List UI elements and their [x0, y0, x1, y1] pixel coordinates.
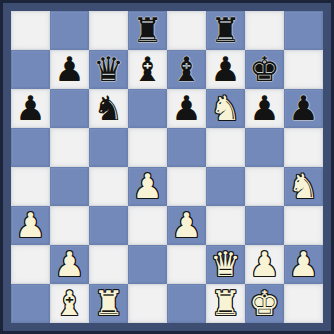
square-e6[interactable]: ♟ [167, 89, 206, 128]
square-e1[interactable] [167, 284, 206, 323]
square-b3[interactable] [50, 206, 89, 245]
square-b6[interactable] [50, 89, 89, 128]
square-a7[interactable] [11, 50, 50, 89]
piece-black-pawn[interactable]: ♟ [171, 89, 201, 128]
square-a2[interactable] [11, 245, 50, 284]
chess-board-frame: ♜♜♟♛♝♝♟♚♟♞♟♞♟♟♟♞♟♟♟♛♟♟♝♜♜♚ [0, 0, 334, 334]
square-h6[interactable]: ♟ [284, 89, 323, 128]
square-c5[interactable] [89, 128, 128, 167]
square-d3[interactable] [128, 206, 167, 245]
piece-white-knight[interactable]: ♞ [288, 167, 318, 206]
square-c4[interactable] [89, 167, 128, 206]
square-c6[interactable]: ♞ [89, 89, 128, 128]
square-g5[interactable] [245, 128, 284, 167]
square-f7[interactable]: ♟ [206, 50, 245, 89]
square-g4[interactable] [245, 167, 284, 206]
square-h8[interactable] [284, 11, 323, 50]
square-a4[interactable] [11, 167, 50, 206]
square-a6[interactable]: ♟ [11, 89, 50, 128]
square-b1[interactable]: ♝ [50, 284, 89, 323]
square-h3[interactable] [284, 206, 323, 245]
square-f1[interactable]: ♜ [206, 284, 245, 323]
square-c2[interactable] [89, 245, 128, 284]
square-b2[interactable]: ♟ [50, 245, 89, 284]
piece-white-bishop[interactable]: ♝ [54, 284, 84, 323]
piece-white-pawn[interactable]: ♟ [54, 245, 84, 284]
piece-black-rook[interactable]: ♜ [210, 11, 240, 50]
square-a5[interactable] [11, 128, 50, 167]
square-d1[interactable] [128, 284, 167, 323]
square-a1[interactable] [11, 284, 50, 323]
square-b7[interactable]: ♟ [50, 50, 89, 89]
square-e7[interactable]: ♝ [167, 50, 206, 89]
square-h2[interactable]: ♟ [284, 245, 323, 284]
square-f4[interactable] [206, 167, 245, 206]
square-g8[interactable] [245, 11, 284, 50]
piece-black-pawn[interactable]: ♟ [210, 50, 240, 89]
square-e2[interactable] [167, 245, 206, 284]
square-c7[interactable]: ♛ [89, 50, 128, 89]
piece-white-queen[interactable]: ♛ [210, 245, 240, 284]
square-h4[interactable]: ♞ [284, 167, 323, 206]
piece-white-pawn[interactable]: ♟ [249, 245, 279, 284]
piece-white-rook[interactable]: ♜ [210, 284, 240, 323]
piece-black-rook[interactable]: ♜ [132, 11, 162, 50]
piece-white-knight[interactable]: ♞ [210, 89, 240, 128]
piece-black-pawn[interactable]: ♟ [288, 89, 318, 128]
square-e5[interactable] [167, 128, 206, 167]
piece-white-rook[interactable]: ♜ [93, 284, 123, 323]
square-f8[interactable]: ♜ [206, 11, 245, 50]
piece-black-king[interactable]: ♚ [249, 50, 279, 89]
piece-white-king[interactable]: ♚ [249, 284, 279, 323]
chess-board: ♜♜♟♛♝♝♟♚♟♞♟♞♟♟♟♞♟♟♟♛♟♟♝♜♜♚ [11, 11, 323, 323]
square-e8[interactable] [167, 11, 206, 50]
square-a8[interactable] [11, 11, 50, 50]
square-c8[interactable] [89, 11, 128, 50]
square-e4[interactable] [167, 167, 206, 206]
piece-black-queen[interactable]: ♛ [93, 50, 123, 89]
square-c1[interactable]: ♜ [89, 284, 128, 323]
piece-black-bishop[interactable]: ♝ [171, 50, 201, 89]
piece-white-pawn[interactable]: ♟ [15, 206, 45, 245]
square-c3[interactable] [89, 206, 128, 245]
square-e3[interactable]: ♟ [167, 206, 206, 245]
square-d5[interactable] [128, 128, 167, 167]
square-h7[interactable] [284, 50, 323, 89]
square-g3[interactable] [245, 206, 284, 245]
piece-black-knight[interactable]: ♞ [93, 89, 123, 128]
square-g6[interactable]: ♟ [245, 89, 284, 128]
piece-white-pawn[interactable]: ♟ [288, 245, 318, 284]
square-d2[interactable] [128, 245, 167, 284]
square-d4[interactable]: ♟ [128, 167, 167, 206]
piece-white-pawn[interactable]: ♟ [132, 167, 162, 206]
square-f2[interactable]: ♛ [206, 245, 245, 284]
piece-black-pawn[interactable]: ♟ [249, 89, 279, 128]
square-b8[interactable] [50, 11, 89, 50]
square-g1[interactable]: ♚ [245, 284, 284, 323]
square-f3[interactable] [206, 206, 245, 245]
square-f5[interactable] [206, 128, 245, 167]
square-d6[interactable] [128, 89, 167, 128]
square-d7[interactable]: ♝ [128, 50, 167, 89]
square-a3[interactable]: ♟ [11, 206, 50, 245]
square-g2[interactable]: ♟ [245, 245, 284, 284]
piece-black-pawn[interactable]: ♟ [15, 89, 45, 128]
square-g7[interactable]: ♚ [245, 50, 284, 89]
piece-black-bishop[interactable]: ♝ [132, 50, 162, 89]
square-d8[interactable]: ♜ [128, 11, 167, 50]
square-b5[interactable] [50, 128, 89, 167]
square-b4[interactable] [50, 167, 89, 206]
square-f6[interactable]: ♞ [206, 89, 245, 128]
square-h1[interactable] [284, 284, 323, 323]
piece-black-pawn[interactable]: ♟ [54, 50, 84, 89]
piece-white-pawn[interactable]: ♟ [171, 206, 201, 245]
square-h5[interactable] [284, 128, 323, 167]
